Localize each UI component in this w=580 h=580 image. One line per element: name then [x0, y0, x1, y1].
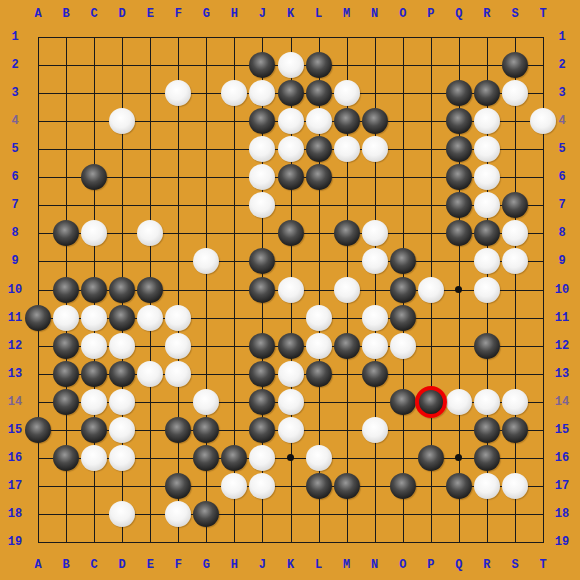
stone-black[interactable] [390, 305, 416, 331]
coordinate-label: 18 [552, 507, 572, 521]
coordinate-label: 13 [552, 367, 572, 381]
stone-white[interactable] [81, 333, 107, 359]
stone-white[interactable] [502, 80, 528, 106]
coordinate-label: 8 [552, 226, 572, 240]
stone-black[interactable] [334, 108, 360, 134]
coordinate-label: T [533, 558, 553, 572]
coordinate-label: P [421, 558, 441, 572]
stone-white[interactable] [165, 361, 191, 387]
stone-black[interactable] [109, 361, 135, 387]
coordinate-label: 14 [552, 395, 572, 409]
coordinate-label: R [477, 7, 497, 21]
stone-white[interactable] [474, 277, 500, 303]
stone-black[interactable] [249, 333, 275, 359]
stone-white[interactable] [390, 333, 416, 359]
stone-black[interactable] [306, 164, 332, 190]
stone-black[interactable] [334, 333, 360, 359]
stone-white[interactable] [81, 389, 107, 415]
coordinate-label: 5 [5, 142, 25, 156]
stone-black[interactable] [390, 473, 416, 499]
stone-black[interactable] [53, 445, 79, 471]
stone-white[interactable] [278, 52, 304, 78]
stone-black[interactable] [446, 80, 472, 106]
coordinate-label: T [533, 7, 553, 21]
coordinate-label: H [224, 7, 244, 21]
coordinate-label: 14 [5, 395, 25, 409]
stone-white[interactable] [446, 389, 472, 415]
stone-white[interactable] [137, 361, 163, 387]
stone-black[interactable] [278, 220, 304, 246]
last-move-stone[interactable] [415, 386, 447, 418]
coordinate-label: N [365, 558, 385, 572]
stone-white[interactable] [193, 389, 219, 415]
coordinate-label: E [140, 558, 160, 572]
coordinate-label: 19 [5, 535, 25, 549]
stone-white[interactable] [278, 136, 304, 162]
stone-black[interactable] [502, 52, 528, 78]
coordinate-label: L [309, 7, 329, 21]
coordinate-label: 10 [5, 283, 25, 297]
stone-white[interactable] [109, 333, 135, 359]
stone-white[interactable] [502, 473, 528, 499]
stone-black[interactable] [165, 417, 191, 443]
coordinate-label: D [112, 558, 132, 572]
coordinate-label: 8 [5, 226, 25, 240]
stone-black[interactable] [446, 473, 472, 499]
coordinate-label: M [337, 7, 357, 21]
stone-white[interactable] [306, 445, 332, 471]
stone-white[interactable] [334, 80, 360, 106]
coordinate-label: L [309, 558, 329, 572]
stone-black[interactable] [306, 136, 332, 162]
stone-white[interactable] [137, 305, 163, 331]
coordinate-label: 16 [5, 451, 25, 465]
go-board: ABCDEFGHJKLMNOPQRST ABCDEFGHJKLMNOPQRST … [0, 0, 580, 580]
coordinate-label: E [140, 7, 160, 21]
coordinate-label: 12 [5, 339, 25, 353]
coordinate-label: B [56, 7, 76, 21]
coordinate-label: 7 [552, 198, 572, 212]
stone-white[interactable] [362, 305, 388, 331]
stone-white[interactable] [334, 136, 360, 162]
coordinate-label: K [281, 7, 301, 21]
stone-black[interactable] [278, 333, 304, 359]
coordinate-label: Q [449, 7, 469, 21]
stone-black[interactable] [109, 305, 135, 331]
stone-black[interactable] [81, 417, 107, 443]
coordinate-label: 1 [5, 30, 25, 44]
coordinate-label: 2 [552, 58, 572, 72]
coordinate-label: 15 [552, 423, 572, 437]
coordinate-label: N [365, 7, 385, 21]
stone-black[interactable] [474, 80, 500, 106]
stone-white[interactable] [362, 417, 388, 443]
stone-white[interactable] [418, 277, 444, 303]
coordinate-label: 5 [552, 142, 572, 156]
coordinate-label: 3 [552, 86, 572, 100]
coordinate-label: 4 [5, 114, 25, 128]
coordinate-label: 7 [5, 198, 25, 212]
stone-black[interactable] [306, 80, 332, 106]
coordinate-label: 6 [5, 170, 25, 184]
coordinate-label: 10 [552, 283, 572, 297]
stone-white[interactable] [306, 305, 332, 331]
coordinate-label: 1 [552, 30, 572, 44]
stone-white[interactable] [530, 108, 556, 134]
stone-black[interactable] [249, 277, 275, 303]
coordinate-label: 17 [5, 479, 25, 493]
stone-black[interactable] [53, 277, 79, 303]
coordinate-label: 12 [552, 339, 572, 353]
stone-black[interactable] [502, 417, 528, 443]
coordinate-label: 11 [5, 311, 25, 325]
stone-black[interactable] [446, 108, 472, 134]
stone-black[interactable] [390, 389, 416, 415]
coordinate-label: O [393, 7, 413, 21]
stone-white[interactable] [109, 445, 135, 471]
coordinate-label: G [196, 7, 216, 21]
coordinate-label: A [28, 7, 48, 21]
stone-white[interactable] [165, 333, 191, 359]
coordinate-label: 16 [552, 451, 572, 465]
stone-white[interactable] [109, 389, 135, 415]
stone-black[interactable] [418, 445, 444, 471]
coordinate-label: G [196, 558, 216, 572]
stone-black[interactable] [474, 445, 500, 471]
stone-white[interactable] [278, 108, 304, 134]
stone-white[interactable] [362, 333, 388, 359]
coordinate-label: K [281, 558, 301, 572]
coordinate-label: F [168, 558, 188, 572]
stone-white[interactable] [109, 501, 135, 527]
coordinate-label: S [505, 558, 525, 572]
stone-white[interactable] [53, 305, 79, 331]
stone-white[interactable] [278, 389, 304, 415]
stone-white[interactable] [334, 277, 360, 303]
stone-black[interactable] [446, 136, 472, 162]
coordinate-label: 15 [5, 423, 25, 437]
stone-black[interactable] [81, 277, 107, 303]
stone-white[interactable] [474, 108, 500, 134]
coordinate-label: M [337, 558, 357, 572]
stone-white[interactable] [502, 389, 528, 415]
coordinate-label: 3 [5, 86, 25, 100]
coordinate-label: F [168, 7, 188, 21]
stone-black[interactable] [334, 220, 360, 246]
stone-white[interactable] [474, 473, 500, 499]
stone-black[interactable] [81, 361, 107, 387]
stone-white[interactable] [109, 417, 135, 443]
coordinate-label: O [393, 558, 413, 572]
stone-white[interactable] [474, 136, 500, 162]
stone-black[interactable] [362, 361, 388, 387]
coordinate-label: J [252, 7, 272, 21]
coordinate-label: 19 [552, 535, 572, 549]
stone-white[interactable] [474, 389, 500, 415]
stone-black[interactable] [137, 277, 163, 303]
stone-black[interactable] [278, 80, 304, 106]
coordinate-label: C [84, 558, 104, 572]
stone-black[interactable] [53, 389, 79, 415]
coordinate-label: P [421, 7, 441, 21]
coordinate-label: 6 [552, 170, 572, 184]
stone-black[interactable] [474, 333, 500, 359]
coordinate-label: D [112, 7, 132, 21]
stone-white[interactable] [278, 361, 304, 387]
stone-black[interactable] [306, 361, 332, 387]
coordinate-label: 2 [5, 58, 25, 72]
coordinate-label: 18 [5, 507, 25, 521]
coordinate-label: 11 [552, 311, 572, 325]
stone-black[interactable] [446, 164, 472, 190]
coordinate-label: 9 [5, 254, 25, 268]
stone-white[interactable] [306, 108, 332, 134]
stone-black[interactable] [474, 417, 500, 443]
stone-black[interactable] [334, 473, 360, 499]
coordinate-label: H [224, 558, 244, 572]
stone-black[interactable] [362, 108, 388, 134]
coordinate-label: C [84, 7, 104, 21]
stone-black[interactable] [53, 333, 79, 359]
stone-black[interactable] [109, 277, 135, 303]
stone-white[interactable] [165, 305, 191, 331]
stone-black[interactable] [53, 361, 79, 387]
stone-black[interactable] [25, 417, 51, 443]
stone-white[interactable] [278, 277, 304, 303]
stone-white[interactable] [362, 220, 388, 246]
stone-white[interactable] [362, 136, 388, 162]
stone-white[interactable] [81, 445, 107, 471]
coordinate-label: R [477, 558, 497, 572]
stone-white[interactable] [278, 417, 304, 443]
stone-black[interactable] [278, 164, 304, 190]
stone-black[interactable] [193, 417, 219, 443]
stone-white[interactable] [81, 305, 107, 331]
coordinate-label: A [28, 558, 48, 572]
stone-black[interactable] [306, 473, 332, 499]
coordinate-label: B [56, 558, 76, 572]
stone-black[interactable] [306, 52, 332, 78]
coordinate-label: Q [449, 558, 469, 572]
coordinate-label: 17 [552, 479, 572, 493]
stone-white[interactable] [306, 333, 332, 359]
coordinate-label: S [505, 7, 525, 21]
coordinate-label: J [252, 558, 272, 572]
coordinate-label: 9 [552, 254, 572, 268]
stone-black[interactable] [390, 277, 416, 303]
stone-black[interactable] [25, 305, 51, 331]
coordinate-label: 13 [5, 367, 25, 381]
